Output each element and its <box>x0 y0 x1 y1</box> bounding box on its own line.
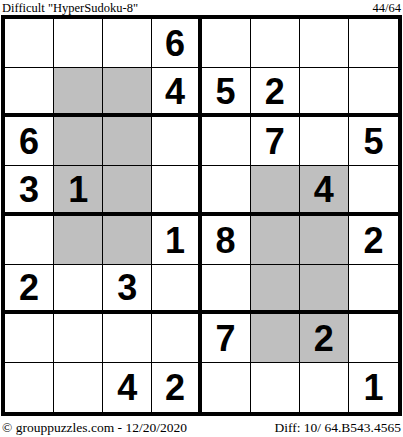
cell-r6c8[interactable] <box>349 265 398 314</box>
cell-r7c5[interactable]: 7 <box>202 314 251 363</box>
given-digit: 7 <box>265 122 285 160</box>
cell-r5c8[interactable]: 2 <box>349 216 398 265</box>
puzzle-title: Difficult "HyperSudoku-8" <box>2 2 138 14</box>
cell-r5c7[interactable] <box>300 216 349 265</box>
cell-r7c2[interactable] <box>54 314 103 363</box>
cell-r8c8[interactable]: 1 <box>349 363 398 412</box>
cell-r8c3[interactable]: 4 <box>103 363 152 412</box>
cell-r6c5[interactable] <box>202 265 251 314</box>
given-digit: 5 <box>363 122 383 160</box>
cell-r5c6[interactable] <box>251 216 300 265</box>
cell-r6c6[interactable] <box>251 265 300 314</box>
cell-r1c4[interactable]: 6 <box>152 19 201 68</box>
cell-r2c7[interactable] <box>300 68 349 117</box>
difficulty-code: Diff: 10/ 64.B543.4565 <box>274 420 401 435</box>
given-digit: 6 <box>165 24 185 62</box>
cell-r1c5[interactable] <box>202 19 251 68</box>
cell-r6c7[interactable] <box>300 265 349 314</box>
cell-r1c7[interactable] <box>300 19 349 68</box>
cell-r6c1[interactable]: 2 <box>5 265 54 314</box>
given-digit: 1 <box>165 221 185 259</box>
given-digit: 4 <box>165 72 185 110</box>
cell-r3c6[interactable]: 7 <box>251 117 300 166</box>
given-digit: 2 <box>19 268 39 306</box>
cell-r5c5[interactable]: 8 <box>202 216 251 265</box>
sudoku-board: 64526753141822372421 <box>1 15 402 416</box>
given-digit: 2 <box>363 221 383 259</box>
cell-r4c5[interactable] <box>202 166 251 215</box>
given-digit: 1 <box>363 368 383 406</box>
given-digit: 8 <box>216 221 236 259</box>
cell-r2c2[interactable] <box>54 68 103 117</box>
cell-r2c3[interactable] <box>103 68 152 117</box>
cell-r7c3[interactable] <box>103 314 152 363</box>
cell-r2c1[interactable] <box>5 68 54 117</box>
given-digit: 6 <box>19 122 39 160</box>
cell-r1c8[interactable] <box>349 19 398 68</box>
cell-r5c1[interactable] <box>5 216 54 265</box>
cell-r4c1[interactable]: 3 <box>5 166 54 215</box>
cell-r6c4[interactable] <box>152 265 201 314</box>
given-digit: 7 <box>216 319 236 357</box>
cell-r1c3[interactable] <box>103 19 152 68</box>
cell-r4c4[interactable] <box>152 166 201 215</box>
cell-r8c1[interactable] <box>5 363 54 412</box>
cell-r2c4[interactable]: 4 <box>152 68 201 117</box>
cell-r8c6[interactable] <box>251 363 300 412</box>
cell-r4c3[interactable] <box>103 166 152 215</box>
cell-r3c7[interactable] <box>300 117 349 166</box>
cell-r3c1[interactable]: 6 <box>5 117 54 166</box>
cell-r8c2[interactable] <box>54 363 103 412</box>
cell-r8c7[interactable] <box>300 363 349 412</box>
given-digit: 4 <box>117 368 137 406</box>
puzzle-page: Difficult "HyperSudoku-8" 44/64 64526753… <box>0 0 403 437</box>
footer: © grouppuzzles.com - 12/20/2020 Diff: 10… <box>0 420 403 435</box>
given-digit: 5 <box>216 72 236 110</box>
given-digit: 2 <box>265 72 285 110</box>
cell-r1c1[interactable] <box>5 19 54 68</box>
cell-r7c4[interactable] <box>152 314 201 363</box>
cell-r4c8[interactable] <box>349 166 398 215</box>
cell-r3c4[interactable] <box>152 117 201 166</box>
cell-r6c3[interactable]: 3 <box>103 265 152 314</box>
cell-r8c4[interactable]: 2 <box>152 363 201 412</box>
cell-r3c8[interactable]: 5 <box>349 117 398 166</box>
cell-r7c8[interactable] <box>349 314 398 363</box>
cell-r3c2[interactable] <box>54 117 103 166</box>
given-digit: 2 <box>165 368 185 406</box>
cell-r2c6[interactable]: 2 <box>251 68 300 117</box>
cell-r3c5[interactable] <box>202 117 251 166</box>
cell-r2c5[interactable]: 5 <box>202 68 251 117</box>
cell-r7c7[interactable]: 2 <box>300 314 349 363</box>
cell-r4c6[interactable] <box>251 166 300 215</box>
cell-r8c5[interactable] <box>202 363 251 412</box>
given-digit: 4 <box>314 170 334 208</box>
cell-r3c3[interactable] <box>103 117 152 166</box>
cell-r5c3[interactable] <box>103 216 152 265</box>
cell-r1c6[interactable] <box>251 19 300 68</box>
cell-r6c2[interactable] <box>54 265 103 314</box>
puzzle-counter: 44/64 <box>373 2 401 14</box>
given-digit: 1 <box>68 170 88 208</box>
cell-r2c8[interactable] <box>349 68 398 117</box>
cell-r7c6[interactable] <box>251 314 300 363</box>
cell-r7c1[interactable] <box>5 314 54 363</box>
header: Difficult "HyperSudoku-8" 44/64 <box>0 1 403 15</box>
cell-r4c2[interactable]: 1 <box>54 166 103 215</box>
copyright-text: © grouppuzzles.com - 12/20/2020 <box>2 420 187 435</box>
cell-r1c2[interactable] <box>54 19 103 68</box>
given-digit: 2 <box>314 319 334 357</box>
cell-r5c4[interactable]: 1 <box>152 216 201 265</box>
cell-r4c7[interactable]: 4 <box>300 166 349 215</box>
given-digit: 3 <box>117 268 137 306</box>
given-digit: 3 <box>19 170 39 208</box>
cell-r5c2[interactable] <box>54 216 103 265</box>
